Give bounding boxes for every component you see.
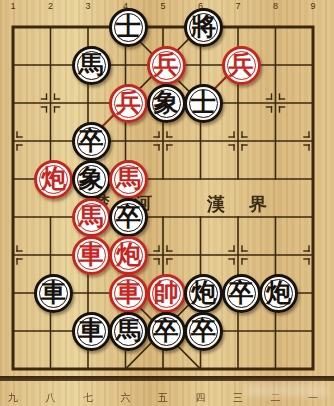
piece-black-將[interactable]: 將 (184, 8, 223, 47)
piece-red-馬[interactable]: 馬 (72, 198, 111, 237)
piece-black-象[interactable]: 象 (72, 160, 111, 199)
piece-glyph: 帥 (154, 280, 179, 305)
piece-black-卒[interactable]: 卒 (222, 274, 261, 313)
piece-black-車[interactable]: 車 (72, 312, 111, 351)
piece-glyph: 象 (154, 90, 179, 115)
piece-glyph: 將 (191, 14, 216, 39)
piece-glyph: 卒 (229, 280, 254, 305)
piece-red-馬[interactable]: 馬 (109, 160, 148, 199)
piece-glyph: 士 (116, 14, 141, 39)
piece-black-士[interactable]: 士 (109, 8, 148, 47)
piece-glyph: 卒 (154, 318, 179, 343)
xiangqi-board: 楚河 漢界 123456789九八七六五四三二一 士將馬兵兵兵象士卒炮象馬馬卒車… (0, 0, 334, 406)
piece-glyph: 兵 (154, 52, 179, 77)
piece-black-士[interactable]: 士 (184, 84, 223, 123)
piece-black-馬[interactable]: 馬 (109, 312, 148, 351)
piece-black-卒[interactable]: 卒 (147, 312, 186, 351)
watermark-smudge (244, 384, 328, 397)
piece-glyph: 象 (79, 166, 104, 191)
piece-glyph: 卒 (79, 128, 104, 153)
piece-glyph: 炮 (266, 280, 291, 305)
piece-black-馬[interactable]: 馬 (72, 46, 111, 85)
piece-glyph: 士 (191, 90, 216, 115)
piece-glyph: 車 (116, 280, 141, 305)
piece-red-兵[interactable]: 兵 (147, 46, 186, 85)
piece-glyph: 車 (41, 280, 66, 305)
piece-black-車[interactable]: 車 (34, 274, 73, 313)
piece-red-帥[interactable]: 帥 (147, 274, 186, 313)
piece-glyph: 馬 (79, 52, 104, 77)
piece-glyph: 炮 (191, 280, 216, 305)
piece-glyph: 車 (79, 318, 104, 343)
piece-glyph: 卒 (116, 204, 141, 229)
board-edge-strip (0, 376, 334, 381)
piece-glyph: 兵 (116, 90, 141, 115)
piece-red-炮[interactable]: 炮 (34, 160, 73, 199)
piece-red-車[interactable]: 車 (109, 274, 148, 313)
piece-glyph: 兵 (229, 52, 254, 77)
piece-black-炮[interactable]: 炮 (184, 274, 223, 313)
piece-glyph: 車 (79, 242, 104, 267)
piece-glyph: 卒 (191, 318, 216, 343)
piece-red-兵[interactable]: 兵 (222, 46, 261, 85)
piece-black-卒[interactable]: 卒 (72, 122, 111, 161)
piece-black-象[interactable]: 象 (147, 84, 186, 123)
piece-black-卒[interactable]: 卒 (109, 198, 148, 237)
piece-glyph: 炮 (41, 166, 66, 191)
piece-red-兵[interactable]: 兵 (109, 84, 148, 123)
piece-glyph: 馬 (116, 166, 141, 191)
piece-black-卒[interactable]: 卒 (184, 312, 223, 351)
piece-glyph: 炮 (116, 242, 141, 267)
piece-glyph: 馬 (79, 204, 104, 229)
piece-black-炮[interactable]: 炮 (259, 274, 298, 313)
piece-glyph: 馬 (116, 318, 141, 343)
piece-red-車[interactable]: 車 (72, 236, 111, 275)
pieces-layer: 士將馬兵兵兵象士卒炮象馬馬卒車炮車車帥炮卒炮車馬卒卒 (0, 0, 334, 406)
piece-red-炮[interactable]: 炮 (109, 236, 148, 275)
